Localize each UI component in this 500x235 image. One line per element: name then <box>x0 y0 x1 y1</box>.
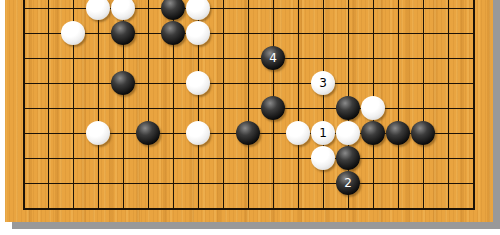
stone-white <box>361 96 385 120</box>
stone-black <box>336 146 360 170</box>
stone-black <box>161 0 185 20</box>
grid-line-vertical <box>98 0 99 210</box>
stone-white <box>186 121 210 145</box>
grid-line-horizontal <box>23 33 475 34</box>
stone-white-move-3: 3 <box>311 71 335 95</box>
grid-line-vertical <box>423 0 424 210</box>
grid-line-vertical <box>298 0 299 210</box>
grid-line-vertical <box>48 0 49 210</box>
stone-white <box>286 121 310 145</box>
go-board[interactable]: 4312 <box>5 0 493 222</box>
grid-line-horizontal <box>23 158 475 159</box>
stone-black <box>361 121 385 145</box>
grid-line-vertical <box>323 0 324 210</box>
grid-line-horizontal <box>23 183 475 184</box>
grid-line-vertical <box>398 0 399 210</box>
stone-black <box>111 71 135 95</box>
stone-black <box>161 21 185 45</box>
stone-black-move-2: 2 <box>336 171 360 195</box>
stone-white <box>186 71 210 95</box>
move-number-label: 4 <box>269 52 277 64</box>
move-number-label: 1 <box>319 127 327 139</box>
move-number-label: 2 <box>344 177 352 189</box>
stone-white <box>186 21 210 45</box>
grid-line-vertical <box>473 0 475 210</box>
grid-line-vertical <box>23 0 25 210</box>
stone-white <box>86 121 110 145</box>
move-number-label: 3 <box>319 77 327 89</box>
stone-black-move-4: 4 <box>261 46 285 70</box>
grid-line-vertical <box>223 0 224 210</box>
stone-white <box>186 0 210 20</box>
grid-line-vertical <box>148 0 149 210</box>
stone-black <box>111 21 135 45</box>
grid-line-vertical <box>248 0 249 210</box>
stone-black <box>261 96 285 120</box>
stone-black <box>386 121 410 145</box>
grid-line-horizontal <box>23 83 475 84</box>
stone-white <box>86 0 110 20</box>
grid-line-horizontal <box>23 58 475 59</box>
stone-white-move-1: 1 <box>311 121 335 145</box>
stone-black <box>411 121 435 145</box>
grid-line-horizontal <box>23 108 475 109</box>
grid-line-vertical <box>448 0 449 210</box>
go-diagram-page: 4312 <box>0 0 500 235</box>
stone-black <box>336 96 360 120</box>
stone-white <box>311 146 335 170</box>
stone-black <box>136 121 160 145</box>
stone-white <box>111 0 135 20</box>
stone-white <box>336 121 360 145</box>
grid-line-horizontal <box>23 208 475 210</box>
stone-black <box>236 121 260 145</box>
stone-white <box>61 21 85 45</box>
